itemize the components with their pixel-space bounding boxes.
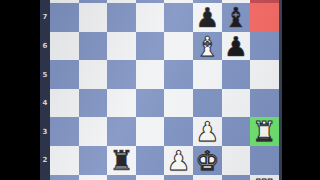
piece-black-pawn: ♟ [224, 33, 248, 62]
square-c6[interactable] [107, 32, 136, 61]
square-h2[interactable] [250, 146, 279, 175]
square-a2[interactable] [50, 146, 79, 175]
square-g2[interactable] [222, 146, 251, 175]
square-d4[interactable] [136, 89, 165, 118]
square-c5[interactable] [107, 60, 136, 89]
square-e5[interactable] [164, 60, 193, 89]
square-b4[interactable] [79, 89, 108, 118]
square-e1[interactable] [164, 175, 193, 180]
square-d1[interactable] [136, 175, 165, 180]
square-e3[interactable] [164, 117, 193, 146]
square-g5[interactable] [222, 60, 251, 89]
rank-label-6: 6 [40, 41, 50, 51]
piece-black-rook: ♜ [109, 147, 133, 176]
square-a1[interactable] [50, 175, 79, 180]
rank-label-strip: 87654321 [40, 0, 50, 180]
square-f5[interactable] [193, 60, 222, 89]
square-g7[interactable]: ♝ [222, 3, 251, 32]
square-d6[interactable] [136, 32, 165, 61]
square-f4[interactable] [193, 89, 222, 118]
square-h4[interactable] [250, 89, 279, 118]
square-a6[interactable] [50, 32, 79, 61]
square-a4[interactable] [50, 89, 79, 118]
square-c1[interactable] [107, 175, 136, 180]
square-g6[interactable]: ♟ [222, 32, 251, 61]
square-b6[interactable] [79, 32, 108, 61]
square-f1[interactable] [193, 175, 222, 180]
square-h3[interactable]: ♜ [250, 117, 279, 146]
square-c3[interactable] [107, 117, 136, 146]
piece-black-bishop: ♝ [224, 4, 248, 33]
square-d3[interactable] [136, 117, 165, 146]
square-f3[interactable]: ♟ [193, 117, 222, 146]
square-b3[interactable] [79, 117, 108, 146]
square-a5[interactable] [50, 60, 79, 89]
piece-white-pawn: ♟ [195, 118, 219, 147]
square-c2[interactable]: ♜ [107, 146, 136, 175]
piece-white-pawn: ♟ [167, 147, 191, 176]
square-f7[interactable]: ♟ [193, 3, 222, 32]
square-e4[interactable] [164, 89, 193, 118]
rank-label-3: 3 [40, 127, 50, 137]
square-e2[interactable]: ♟ [164, 146, 193, 175]
piece-white-bishop: ♝ [195, 33, 219, 62]
square-d5[interactable] [136, 60, 165, 89]
square-a3[interactable] [50, 117, 79, 146]
chess-board: ♜♚♟♝♝♟♟♜♜♟♚♜ [50, 0, 282, 180]
rank-label-2: 2 [40, 155, 50, 165]
piece-black-pawn: ♟ [195, 4, 219, 33]
square-a7[interactable] [50, 3, 79, 32]
square-d7[interactable] [136, 3, 165, 32]
square-b2[interactable] [79, 146, 108, 175]
square-h1[interactable]: ♜ [250, 175, 279, 180]
rank-label-7: 7 [40, 12, 50, 22]
square-e7[interactable] [164, 3, 193, 32]
square-d2[interactable] [136, 146, 165, 175]
square-b5[interactable] [79, 60, 108, 89]
square-b1[interactable] [79, 175, 108, 180]
piece-white-rook: ♜ [252, 118, 276, 147]
square-h6[interactable] [250, 32, 279, 61]
square-g3[interactable] [222, 117, 251, 146]
square-h7[interactable] [250, 3, 279, 32]
rank-label-4: 4 [40, 98, 50, 108]
square-h5[interactable] [250, 60, 279, 89]
piece-white-king: ♚ [195, 147, 219, 176]
square-b7[interactable] [79, 3, 108, 32]
square-c7[interactable] [107, 3, 136, 32]
square-f6[interactable]: ♝ [193, 32, 222, 61]
rank-label-5: 5 [40, 70, 50, 80]
square-e6[interactable] [164, 32, 193, 61]
square-c4[interactable] [107, 89, 136, 118]
square-g1[interactable] [222, 175, 251, 180]
square-f2[interactable]: ♚ [193, 146, 222, 175]
piece-white-rook: ♜ [252, 176, 276, 180]
square-g4[interactable] [222, 89, 251, 118]
video-frame: 87654321 ♜♚♟♝♝♟♟♜♜♟♚♜ [0, 0, 320, 180]
